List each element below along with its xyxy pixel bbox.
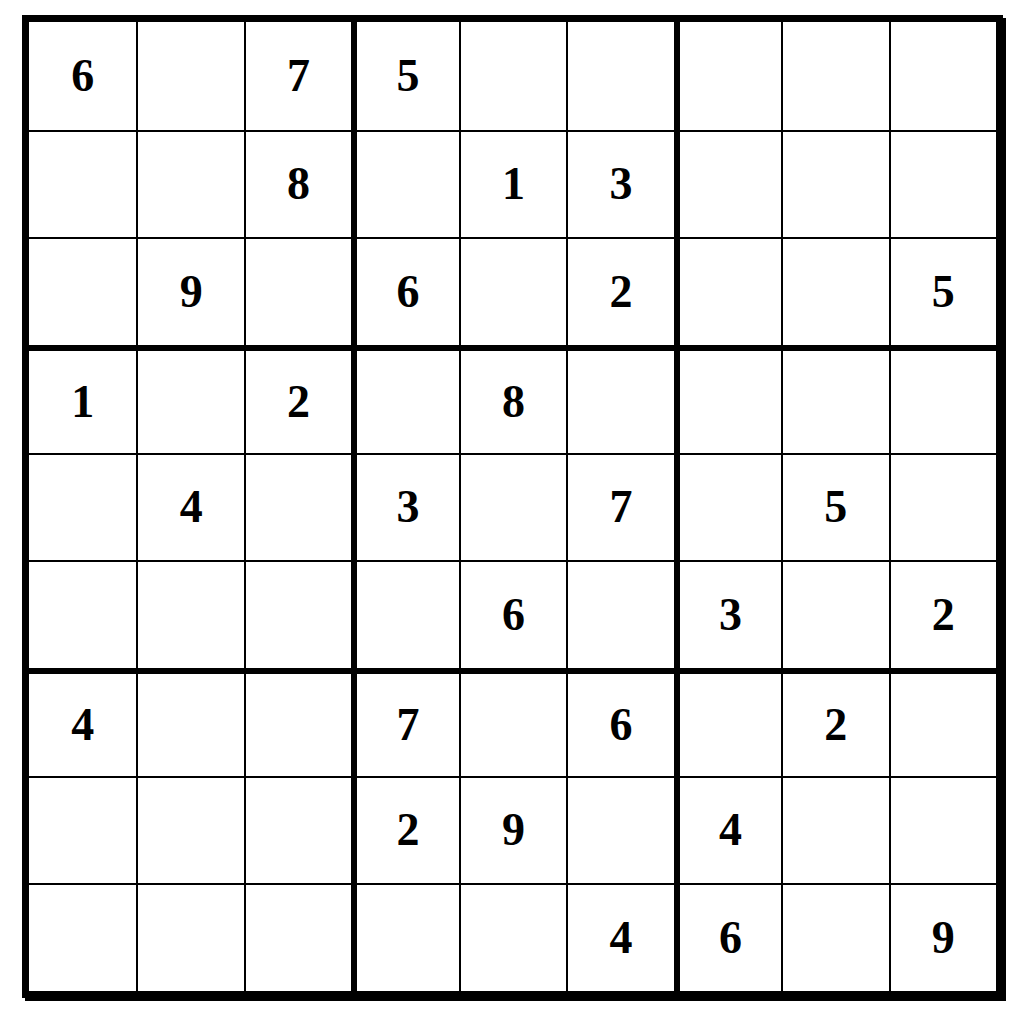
cell-r6c4[interactable]	[351, 560, 458, 668]
cell-r2c9[interactable]	[889, 130, 996, 238]
cell-r4c9[interactable]	[889, 345, 996, 453]
cell-r9c7[interactable]: 6	[674, 883, 781, 991]
cell-r8c4[interactable]: 2	[351, 776, 458, 884]
cell-r3c8[interactable]	[781, 237, 888, 345]
cell-r7c7[interactable]	[674, 668, 781, 776]
cell-r5c8[interactable]: 5	[781, 453, 888, 561]
cell-r9c6[interactable]: 4	[566, 883, 673, 991]
cell-r9c2[interactable]	[136, 883, 243, 991]
cell-r5c6[interactable]: 7	[566, 453, 673, 561]
cell-r7c5[interactable]	[459, 668, 566, 776]
cell-r5c9[interactable]	[889, 453, 996, 561]
cell-r9c8[interactable]	[781, 883, 888, 991]
cell-r6c2[interactable]	[136, 560, 243, 668]
cell-r1c7[interactable]	[674, 22, 781, 130]
cell-r6c5[interactable]: 6	[459, 560, 566, 668]
cell-r3c5[interactable]	[459, 237, 566, 345]
cell-r8c3[interactable]	[244, 776, 351, 884]
cell-r4c2[interactable]	[136, 345, 243, 453]
cell-r2c6[interactable]: 3	[566, 130, 673, 238]
cell-r6c3[interactable]	[244, 560, 351, 668]
cell-r1c5[interactable]	[459, 22, 566, 130]
cell-r6c9[interactable]: 2	[889, 560, 996, 668]
cell-r6c6[interactable]	[566, 560, 673, 668]
cell-r8c6[interactable]	[566, 776, 673, 884]
cell-r4c7[interactable]	[674, 345, 781, 453]
cell-r2c1[interactable]	[29, 130, 136, 238]
cell-r5c4[interactable]: 3	[351, 453, 458, 561]
cell-r9c5[interactable]	[459, 883, 566, 991]
cell-r4c5[interactable]: 8	[459, 345, 566, 453]
cell-r8c1[interactable]	[29, 776, 136, 884]
cell-r3c9[interactable]: 5	[889, 237, 996, 345]
cell-r4c6[interactable]	[566, 345, 673, 453]
cell-r2c8[interactable]	[781, 130, 888, 238]
cell-r8c5[interactable]: 9	[459, 776, 566, 884]
cell-r9c1[interactable]	[29, 883, 136, 991]
cell-r3c6[interactable]: 2	[566, 237, 673, 345]
cell-r1c6[interactable]	[566, 22, 673, 130]
cell-r7c4[interactable]: 7	[351, 668, 458, 776]
cell-r9c9[interactable]: 9	[889, 883, 996, 991]
cell-r7c2[interactable]	[136, 668, 243, 776]
cell-r8c9[interactable]	[889, 776, 996, 884]
cell-r1c2[interactable]	[136, 22, 243, 130]
cell-r8c8[interactable]	[781, 776, 888, 884]
cell-r5c7[interactable]	[674, 453, 781, 561]
cell-r5c2[interactable]: 4	[136, 453, 243, 561]
cell-r3c3[interactable]	[244, 237, 351, 345]
cell-r7c1[interactable]: 4	[29, 668, 136, 776]
cell-r1c8[interactable]	[781, 22, 888, 130]
cell-r1c1[interactable]: 6	[29, 22, 136, 130]
cell-r6c1[interactable]	[29, 560, 136, 668]
cell-r1c9[interactable]	[889, 22, 996, 130]
cell-r8c2[interactable]	[136, 776, 243, 884]
cell-r5c5[interactable]	[459, 453, 566, 561]
cell-r4c3[interactable]: 2	[244, 345, 351, 453]
cell-r4c8[interactable]	[781, 345, 888, 453]
cell-r4c1[interactable]: 1	[29, 345, 136, 453]
cell-r2c5[interactable]: 1	[459, 130, 566, 238]
cell-r3c4[interactable]: 6	[351, 237, 458, 345]
cell-r3c2[interactable]: 9	[136, 237, 243, 345]
cell-r1c3[interactable]: 7	[244, 22, 351, 130]
cell-r5c3[interactable]	[244, 453, 351, 561]
cell-r2c7[interactable]	[674, 130, 781, 238]
cell-r2c2[interactable]	[136, 130, 243, 238]
cell-r2c4[interactable]	[351, 130, 458, 238]
cell-r7c6[interactable]: 6	[566, 668, 673, 776]
cell-r8c7[interactable]: 4	[674, 776, 781, 884]
cell-r7c3[interactable]	[244, 668, 351, 776]
cell-r7c9[interactable]	[889, 668, 996, 776]
cell-r4c4[interactable]	[351, 345, 458, 453]
cell-r9c4[interactable]	[351, 883, 458, 991]
cell-r3c1[interactable]	[29, 237, 136, 345]
cell-r3c7[interactable]	[674, 237, 781, 345]
cell-r9c3[interactable]	[244, 883, 351, 991]
cell-r6c8[interactable]	[781, 560, 888, 668]
cell-r2c3[interactable]: 8	[244, 130, 351, 238]
cell-r7c8[interactable]: 2	[781, 668, 888, 776]
cell-r5c1[interactable]	[29, 453, 136, 561]
sudoku-board: 675813962512843756324762294469	[22, 15, 1003, 998]
cell-r6c7[interactable]: 3	[674, 560, 781, 668]
cell-r1c4[interactable]: 5	[351, 22, 458, 130]
